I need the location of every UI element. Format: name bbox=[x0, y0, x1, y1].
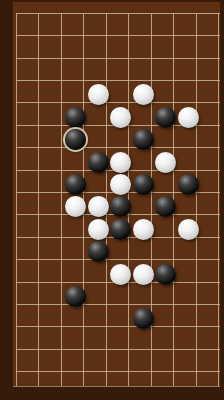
white-stone bbox=[133, 264, 154, 285]
grid-line-horizontal bbox=[16, 147, 220, 148]
grid-line-horizontal bbox=[16, 326, 220, 327]
black-stone bbox=[65, 286, 86, 307]
white-stone bbox=[88, 84, 109, 105]
white-stone bbox=[110, 264, 131, 285]
black-stone bbox=[65, 174, 86, 195]
black-stone bbox=[65, 107, 86, 128]
grid-line-vertical bbox=[16, 13, 17, 386]
black-stone bbox=[133, 129, 154, 150]
white-stone bbox=[155, 152, 176, 173]
black-stone bbox=[110, 219, 131, 240]
grid-line-horizontal bbox=[16, 13, 220, 14]
black-stone bbox=[155, 107, 176, 128]
white-stone bbox=[178, 219, 199, 240]
white-stone bbox=[110, 107, 131, 128]
white-stone bbox=[133, 219, 154, 240]
grid-line-vertical bbox=[151, 13, 152, 386]
grid-line-vertical bbox=[196, 13, 197, 386]
grid-line-horizontal bbox=[16, 80, 220, 81]
gomoku-board[interactable] bbox=[0, 0, 224, 400]
white-stone bbox=[178, 107, 199, 128]
black-stone bbox=[155, 264, 176, 285]
grid-line-horizontal bbox=[16, 371, 220, 372]
white-stone bbox=[88, 219, 109, 240]
game-screen bbox=[0, 0, 224, 400]
grid-line-vertical bbox=[61, 13, 62, 386]
grid-line-horizontal bbox=[16, 58, 220, 59]
grid-line-vertical bbox=[218, 13, 219, 386]
white-stone bbox=[133, 84, 154, 105]
grid-line-horizontal bbox=[16, 102, 220, 103]
grid-line-vertical bbox=[38, 13, 39, 386]
white-stone bbox=[110, 152, 131, 173]
grid-line-horizontal bbox=[16, 304, 220, 305]
white-stone bbox=[110, 174, 131, 195]
grid-line-horizontal bbox=[16, 35, 220, 36]
black-stone bbox=[88, 152, 109, 173]
white-stone bbox=[88, 196, 109, 217]
black-stone bbox=[88, 241, 109, 262]
grid-line-horizontal bbox=[16, 259, 220, 260]
black-stone bbox=[178, 174, 199, 195]
black-stone bbox=[133, 174, 154, 195]
black-stone bbox=[133, 308, 154, 329]
grid-line-horizontal bbox=[16, 349, 220, 350]
